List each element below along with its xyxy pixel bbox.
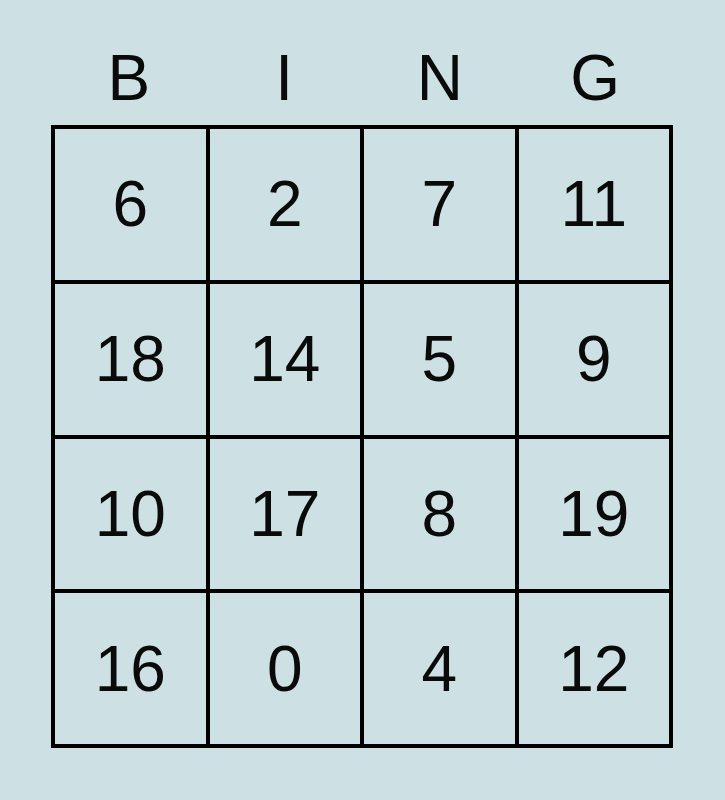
bingo-cell-r3c1[interactable]: 10 xyxy=(55,439,206,590)
bingo-cell-r1c3[interactable]: 7 xyxy=(364,129,515,280)
bingo-cell-r3c3[interactable]: 8 xyxy=(364,439,515,590)
bingo-cell-r4c1[interactable]: 16 xyxy=(55,593,206,744)
bingo-cell-r4c4[interactable]: 12 xyxy=(519,593,670,744)
header-letter-n: N xyxy=(362,36,518,120)
bingo-cell-r2c2[interactable]: 14 xyxy=(210,284,361,435)
header-letter-b: B xyxy=(51,36,207,120)
bingo-header: B I N G xyxy=(51,36,673,120)
bingo-grid: 627111814591017819160412 xyxy=(51,125,673,748)
bingo-cell-r1c1[interactable]: 6 xyxy=(55,129,206,280)
bingo-cell-r4c2[interactable]: 0 xyxy=(210,593,361,744)
bingo-cell-r1c2[interactable]: 2 xyxy=(210,129,361,280)
bingo-cell-r3c2[interactable]: 17 xyxy=(210,439,361,590)
bingo-cell-r2c4[interactable]: 9 xyxy=(519,284,670,435)
bingo-card: B I N G 627111814591017819160412 xyxy=(0,0,725,800)
bingo-cell-r1c4[interactable]: 11 xyxy=(519,129,670,280)
bingo-cell-r4c3[interactable]: 4 xyxy=(364,593,515,744)
bingo-cell-r2c3[interactable]: 5 xyxy=(364,284,515,435)
bingo-cell-r3c4[interactable]: 19 xyxy=(519,439,670,590)
bingo-cell-r2c1[interactable]: 18 xyxy=(55,284,206,435)
header-letter-i: I xyxy=(207,36,363,120)
header-letter-g: G xyxy=(518,36,674,120)
